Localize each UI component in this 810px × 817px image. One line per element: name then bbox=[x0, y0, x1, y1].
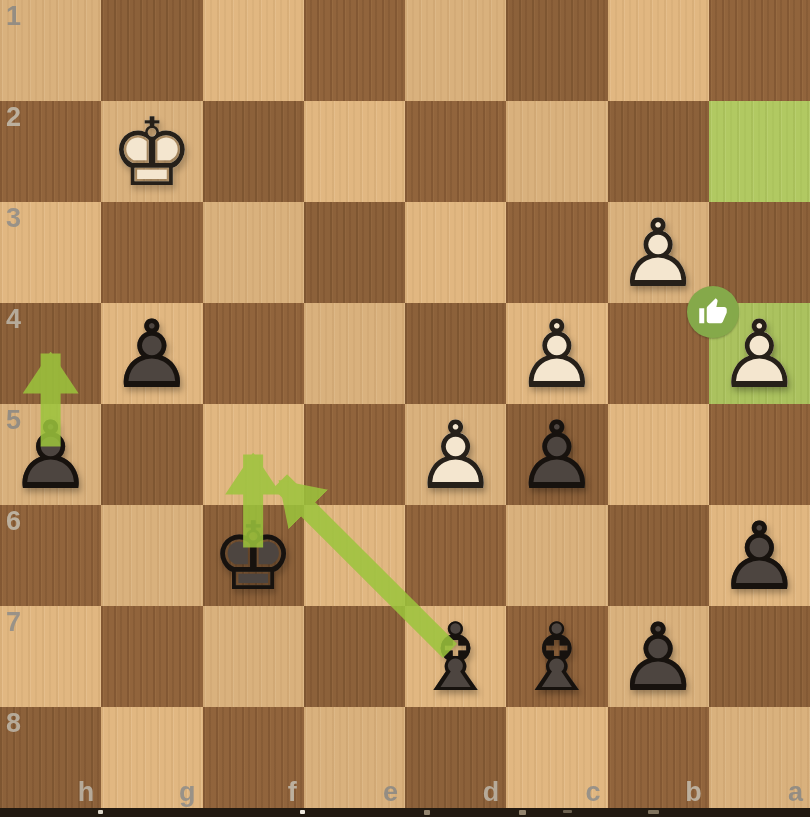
square-h3[interactable]: 3 bbox=[0, 202, 101, 303]
rank-label-3: 3 bbox=[6, 205, 21, 232]
file-label-c: c bbox=[585, 779, 600, 806]
black-king-f6[interactable]: ♚♔ bbox=[203, 505, 304, 606]
square-b8[interactable]: b bbox=[608, 707, 709, 808]
rank-label-7: 7 bbox=[6, 609, 21, 636]
clipped-content-mark-4 bbox=[563, 810, 572, 813]
clipped-content-mark-2 bbox=[424, 810, 430, 815]
square-d3[interactable] bbox=[405, 202, 506, 303]
square-b2[interactable] bbox=[608, 101, 709, 202]
clipped-content-mark-0 bbox=[98, 810, 103, 814]
square-e6[interactable] bbox=[304, 505, 405, 606]
square-a8[interactable]: a bbox=[709, 707, 810, 808]
square-e2[interactable] bbox=[304, 101, 405, 202]
white-pawn-outline: ♙ bbox=[506, 303, 607, 404]
black-pawn-outline: ♙ bbox=[709, 505, 810, 606]
square-c8[interactable]: c bbox=[506, 707, 607, 808]
file-label-d: d bbox=[483, 779, 500, 806]
square-h7[interactable]: 7 bbox=[0, 606, 101, 707]
clipped-row-below-board bbox=[0, 808, 810, 817]
square-g1[interactable] bbox=[101, 0, 202, 101]
square-d8[interactable]: d bbox=[405, 707, 506, 808]
square-h6[interactable]: 6 bbox=[0, 505, 101, 606]
good-move-badge bbox=[687, 286, 739, 338]
square-f2[interactable] bbox=[203, 101, 304, 202]
square-a5[interactable] bbox=[709, 404, 810, 505]
square-b5[interactable] bbox=[608, 404, 709, 505]
white-pawn-c4[interactable]: ♟♙ bbox=[506, 303, 607, 404]
black-pawn-g4[interactable]: ♟♙ bbox=[101, 303, 202, 404]
square-e1[interactable] bbox=[304, 0, 405, 101]
chess-app: 12345678hgfedcba ♚♔♟♙♟♙♟♙♟♙♟♙♟♙♟♙♚♔♟♙♝♗♝… bbox=[0, 0, 810, 817]
square-d1[interactable] bbox=[405, 0, 506, 101]
white-pawn-outline: ♙ bbox=[405, 404, 506, 505]
rank-label-8: 8 bbox=[6, 710, 21, 737]
square-e4[interactable] bbox=[304, 303, 405, 404]
white-pawn-d5[interactable]: ♟♙ bbox=[405, 404, 506, 505]
thumbs-up-icon bbox=[698, 297, 728, 327]
square-f1[interactable] bbox=[203, 0, 304, 101]
square-h8[interactable]: 8h bbox=[0, 707, 101, 808]
rank-label-4: 4 bbox=[6, 306, 21, 333]
square-d2[interactable] bbox=[405, 101, 506, 202]
black-pawn-outline: ♙ bbox=[101, 303, 202, 404]
square-f4[interactable] bbox=[203, 303, 304, 404]
black-pawn-outline: ♙ bbox=[506, 404, 607, 505]
white-king-g2[interactable]: ♚♔ bbox=[101, 101, 202, 202]
square-c3[interactable] bbox=[506, 202, 607, 303]
white-pawn-outline: ♙ bbox=[608, 202, 709, 303]
black-pawn-c5[interactable]: ♟♙ bbox=[506, 404, 607, 505]
file-label-b: b bbox=[685, 779, 702, 806]
square-e7[interactable] bbox=[304, 606, 405, 707]
black-pawn-h5[interactable]: ♟♙ bbox=[0, 404, 101, 505]
black-pawn-outline: ♙ bbox=[0, 404, 101, 505]
file-label-a: a bbox=[788, 779, 803, 806]
white-pawn-b3[interactable]: ♟♙ bbox=[608, 202, 709, 303]
black-bishop-c7[interactable]: ♝♗ bbox=[506, 606, 607, 707]
square-g8[interactable]: g bbox=[101, 707, 202, 808]
file-label-e: e bbox=[383, 779, 398, 806]
square-d6[interactable] bbox=[405, 505, 506, 606]
clipped-content-mark-5 bbox=[648, 810, 659, 814]
square-e3[interactable] bbox=[304, 202, 405, 303]
square-b6[interactable] bbox=[608, 505, 709, 606]
square-c1[interactable] bbox=[506, 0, 607, 101]
black-pawn-outline: ♙ bbox=[608, 606, 709, 707]
square-e5[interactable] bbox=[304, 404, 405, 505]
square-h1[interactable]: 1 bbox=[0, 0, 101, 101]
file-label-h: h bbox=[78, 779, 95, 806]
clipped-content-mark-3 bbox=[519, 810, 526, 815]
square-d4[interactable] bbox=[405, 303, 506, 404]
square-f5[interactable] bbox=[203, 404, 304, 505]
black-pawn-b7[interactable]: ♟♙ bbox=[608, 606, 709, 707]
square-f7[interactable] bbox=[203, 606, 304, 707]
black-pawn-a6[interactable]: ♟♙ bbox=[709, 505, 810, 606]
black-bishop-d7[interactable]: ♝♗ bbox=[405, 606, 506, 707]
square-c6[interactable] bbox=[506, 505, 607, 606]
file-label-g: g bbox=[179, 779, 196, 806]
square-h4[interactable]: 4 bbox=[0, 303, 101, 404]
square-a1[interactable] bbox=[709, 0, 810, 101]
square-g3[interactable] bbox=[101, 202, 202, 303]
square-g5[interactable] bbox=[101, 404, 202, 505]
square-g7[interactable] bbox=[101, 606, 202, 707]
square-e8[interactable]: e bbox=[304, 707, 405, 808]
rank-label-6: 6 bbox=[6, 508, 21, 535]
rank-label-2: 2 bbox=[6, 104, 21, 131]
black-bishop-outline: ♗ bbox=[405, 606, 506, 707]
square-b1[interactable] bbox=[608, 0, 709, 101]
black-king-outline: ♔ bbox=[203, 505, 304, 606]
square-f8[interactable]: f bbox=[203, 707, 304, 808]
square-a7[interactable] bbox=[709, 606, 810, 707]
square-h2[interactable]: 2 bbox=[0, 101, 101, 202]
square-a2[interactable] bbox=[709, 101, 810, 202]
file-label-f: f bbox=[288, 779, 297, 806]
black-bishop-outline: ♗ bbox=[506, 606, 607, 707]
rank-label-1: 1 bbox=[6, 3, 21, 30]
square-g6[interactable] bbox=[101, 505, 202, 606]
square-c2[interactable] bbox=[506, 101, 607, 202]
clipped-content-mark-1 bbox=[300, 810, 305, 814]
white-king-outline: ♔ bbox=[101, 101, 202, 202]
square-f3[interactable] bbox=[203, 202, 304, 303]
